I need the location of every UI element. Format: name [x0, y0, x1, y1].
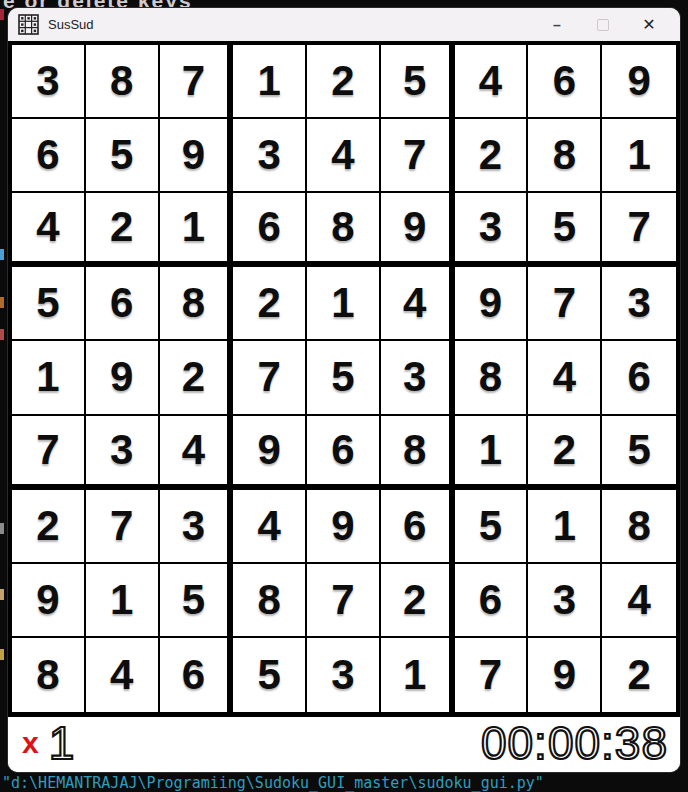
sudoku-app-window: SusSud – ✕ 38712546965934728142168935756… [8, 8, 680, 772]
sudoku-cell-r5c1[interactable]: 1 [12, 341, 86, 415]
background-text-fragment [0, 649, 4, 660]
sudoku-cell-r9c5[interactable]: 3 [307, 638, 381, 712]
background-text-fragment [0, 523, 4, 534]
sudoku-cell-r8c8[interactable]: 3 [528, 564, 602, 638]
sudoku-cell-r5c9[interactable]: 6 [602, 341, 676, 415]
status-bar: x 1 00:00:38 [8, 717, 680, 772]
sudoku-cell-r5c3[interactable]: 2 [160, 341, 234, 415]
sudoku-cell-r9c7[interactable]: 7 [455, 638, 529, 712]
sudoku-cell-r9c8[interactable]: 9 [528, 638, 602, 712]
sudoku-cell-r8c7[interactable]: 6 [455, 564, 529, 638]
sudoku-cell-r7c5[interactable]: 9 [307, 490, 381, 564]
sudoku-cell-r6c8[interactable]: 2 [528, 416, 602, 490]
background-text-fragment [0, 589, 4, 600]
background-terminal-path: "d:\HEMANTRAJAJ\Programiing\Sudoku_GUI_m… [2, 774, 544, 792]
game-timer: 00:00:38 [481, 720, 668, 766]
sudoku-cell-r1c5[interactable]: 2 [307, 45, 381, 119]
sudoku-cell-r2c4[interactable]: 3 [233, 119, 307, 193]
sudoku-cell-r4c6[interactable]: 4 [381, 267, 455, 341]
sudoku-cell-r4c4[interactable]: 2 [233, 267, 307, 341]
sudoku-cell-r8c4[interactable]: 8 [233, 564, 307, 638]
sudoku-cell-r5c8[interactable]: 4 [528, 341, 602, 415]
sudoku-cell-r4c5[interactable]: 1 [307, 267, 381, 341]
sudoku-cell-r7c9[interactable]: 8 [602, 490, 676, 564]
background-text-fragment [0, 329, 4, 340]
sudoku-cell-r1c6[interactable]: 5 [381, 45, 455, 119]
sudoku-cell-r8c1[interactable]: 9 [12, 564, 86, 638]
sudoku-cell-r2c8[interactable]: 8 [528, 119, 602, 193]
sudoku-cell-r3c1[interactable]: 4 [12, 193, 86, 267]
sudoku-cell-r7c6[interactable]: 6 [381, 490, 455, 564]
background-text-fragment [0, 9, 4, 20]
sudoku-cell-r3c9[interactable]: 7 [602, 193, 676, 267]
maximize-button[interactable] [580, 8, 626, 41]
sudoku-cell-r4c1[interactable]: 5 [12, 267, 86, 341]
sudoku-cell-r4c8[interactable]: 7 [528, 267, 602, 341]
sudoku-cell-r1c8[interactable]: 6 [528, 45, 602, 119]
titlebar[interactable]: SusSud – ✕ [8, 8, 680, 41]
sudoku-cell-r6c7[interactable]: 1 [455, 416, 529, 490]
sudoku-cell-r4c7[interactable]: 9 [455, 267, 529, 341]
sudoku-cell-r2c7[interactable]: 2 [455, 119, 529, 193]
sudoku-grid: 3871254696593472814216893575682149731927… [8, 41, 680, 717]
sudoku-cell-r3c4[interactable]: 6 [233, 193, 307, 267]
sudoku-cell-r4c9[interactable]: 3 [602, 267, 676, 341]
sudoku-cell-r2c1[interactable]: 6 [12, 119, 86, 193]
sudoku-cell-r1c2[interactable]: 8 [86, 45, 160, 119]
sudoku-cell-r6c3[interactable]: 4 [160, 416, 234, 490]
sudoku-cell-r5c4[interactable]: 7 [233, 341, 307, 415]
sudoku-cell-r9c4[interactable]: 5 [233, 638, 307, 712]
sudoku-cell-r8c2[interactable]: 1 [86, 564, 160, 638]
background-text-fragment [0, 249, 4, 260]
sudoku-cell-r7c1[interactable]: 2 [12, 490, 86, 564]
sudoku-cell-r2c5[interactable]: 4 [307, 119, 381, 193]
sudoku-cell-r7c3[interactable]: 3 [160, 490, 234, 564]
sudoku-cell-r6c5[interactable]: 6 [307, 416, 381, 490]
sudoku-cell-r2c9[interactable]: 1 [602, 119, 676, 193]
sudoku-cell-r1c1[interactable]: 3 [12, 45, 86, 119]
sudoku-cell-r1c4[interactable]: 1 [233, 45, 307, 119]
app-icon-sudoku-grid [18, 14, 39, 35]
sudoku-cell-r3c7[interactable]: 3 [455, 193, 529, 267]
sudoku-cell-r3c6[interactable]: 9 [381, 193, 455, 267]
sudoku-cell-r8c6[interactable]: 2 [381, 564, 455, 638]
window-title: SusSud [48, 17, 94, 32]
sudoku-cell-r8c5[interactable]: 7 [307, 564, 381, 638]
sudoku-cell-r6c9[interactable]: 5 [602, 416, 676, 490]
sudoku-cell-r5c5[interactable]: 5 [307, 341, 381, 415]
sudoku-cell-r5c2[interactable]: 9 [86, 341, 160, 415]
sudoku-cell-r5c7[interactable]: 8 [455, 341, 529, 415]
sudoku-cell-r8c3[interactable]: 5 [160, 564, 234, 638]
sudoku-cell-r2c2[interactable]: 5 [86, 119, 160, 193]
sudoku-cell-r2c6[interactable]: 7 [381, 119, 455, 193]
close-button[interactable]: ✕ [626, 8, 672, 41]
mistake-count: 1 [49, 720, 76, 766]
sudoku-cell-r6c1[interactable]: 7 [12, 416, 86, 490]
mistake-counter: x 1 [22, 720, 75, 766]
minimize-button[interactable]: – [534, 8, 580, 41]
sudoku-cell-r1c9[interactable]: 9 [602, 45, 676, 119]
sudoku-cell-r9c9[interactable]: 2 [602, 638, 676, 712]
sudoku-cell-r6c6[interactable]: 8 [381, 416, 455, 490]
background-text-fragment [0, 297, 4, 308]
sudoku-cell-r9c2[interactable]: 4 [86, 638, 160, 712]
sudoku-cell-r3c5[interactable]: 8 [307, 193, 381, 267]
mistake-x-icon: x [22, 728, 39, 758]
sudoku-cell-r9c6[interactable]: 1 [381, 638, 455, 712]
sudoku-cell-r7c8[interactable]: 1 [528, 490, 602, 564]
sudoku-cell-r8c9[interactable]: 4 [602, 564, 676, 638]
sudoku-cell-r3c3[interactable]: 1 [160, 193, 234, 267]
sudoku-cell-r4c2[interactable]: 6 [86, 267, 160, 341]
sudoku-cell-r4c3[interactable]: 8 [160, 267, 234, 341]
sudoku-cell-r1c3[interactable]: 7 [160, 45, 234, 119]
sudoku-cell-r7c2[interactable]: 7 [86, 490, 160, 564]
sudoku-cell-r2c3[interactable]: 9 [160, 119, 234, 193]
sudoku-cell-r9c3[interactable]: 6 [160, 638, 234, 712]
sudoku-cell-r6c4[interactable]: 9 [233, 416, 307, 490]
sudoku-cell-r7c4[interactable]: 4 [233, 490, 307, 564]
sudoku-cell-r3c8[interactable]: 5 [528, 193, 602, 267]
sudoku-cell-r9c1[interactable]: 8 [12, 638, 86, 712]
sudoku-cell-r3c2[interactable]: 2 [86, 193, 160, 267]
sudoku-cell-r5c6[interactable]: 3 [381, 341, 455, 415]
sudoku-cell-r7c7[interactable]: 5 [455, 490, 529, 564]
sudoku-cell-r1c7[interactable]: 4 [455, 45, 529, 119]
maximize-icon [597, 19, 609, 31]
sudoku-cell-r6c2[interactable]: 3 [86, 416, 160, 490]
